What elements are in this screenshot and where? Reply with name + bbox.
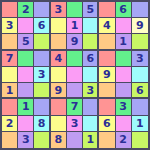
- cell-r8c1[interactable]: 2: [2, 116, 18, 132]
- cell-r7c6[interactable]: [83, 99, 99, 115]
- cell-r5c9[interactable]: [132, 67, 148, 83]
- cell-r8c9[interactable]: 1: [132, 116, 148, 132]
- cell-r5c7[interactable]: 9: [99, 67, 115, 83]
- cell-r1c3[interactable]: [34, 2, 50, 18]
- cell-r4c4[interactable]: 4: [51, 51, 67, 67]
- cell-r5c4[interactable]: [51, 67, 67, 83]
- cell-r2c3[interactable]: 6: [34, 18, 50, 34]
- cell-r4c3[interactable]: [34, 51, 50, 67]
- cell-r3c7[interactable]: [99, 34, 115, 50]
- cell-r5c2[interactable]: [18, 67, 34, 83]
- cell-r8c3[interactable]: 8: [34, 116, 50, 132]
- cell-r8c6[interactable]: [83, 116, 99, 132]
- cell-r9c1[interactable]: [2, 132, 18, 148]
- cell-r3c1[interactable]: [2, 34, 18, 50]
- cell-r2c9[interactable]: 9: [132, 18, 148, 34]
- cell-r1c6[interactable]: 5: [83, 2, 99, 18]
- cell-r6c9[interactable]: 6: [132, 83, 148, 99]
- cell-r2c5[interactable]: 1: [67, 18, 83, 34]
- cell-r3c3[interactable]: [34, 34, 50, 50]
- cell-r8c4[interactable]: [51, 116, 67, 132]
- cell-r5c3[interactable]: 3: [34, 67, 50, 83]
- cell-r4c7[interactable]: [99, 51, 115, 67]
- cell-r9c4[interactable]: 8: [51, 132, 67, 148]
- cell-r6c4[interactable]: 9: [51, 83, 67, 99]
- cell-r6c8[interactable]: [116, 83, 132, 99]
- cell-r5c1[interactable]: [2, 67, 18, 83]
- cell-r1c9[interactable]: [132, 2, 148, 18]
- cell-r4c6[interactable]: 6: [83, 51, 99, 67]
- cell-r8c5[interactable]: 3: [67, 116, 83, 132]
- cell-r4c5[interactable]: [67, 51, 83, 67]
- cell-r9c5[interactable]: [67, 132, 83, 148]
- cell-r9c3[interactable]: [34, 132, 50, 148]
- cell-r6c5[interactable]: [67, 83, 83, 99]
- cell-r2c4[interactable]: [51, 18, 67, 34]
- cell-r5c6[interactable]: [83, 67, 99, 83]
- cell-r7c3[interactable]: [34, 99, 50, 115]
- cell-r3c4[interactable]: [51, 34, 67, 50]
- cell-r9c9[interactable]: [132, 132, 148, 148]
- cell-r4c9[interactable]: 3: [132, 51, 148, 67]
- cell-r1c7[interactable]: [99, 2, 115, 18]
- cell-r4c8[interactable]: [116, 51, 132, 67]
- cell-r6c2[interactable]: [18, 83, 34, 99]
- cell-r2c2[interactable]: [18, 18, 34, 34]
- cell-r3c8[interactable]: 1: [116, 34, 132, 50]
- cell-r3c5[interactable]: 9: [67, 34, 83, 50]
- cell-r4c1[interactable]: 7: [2, 51, 18, 67]
- cell-r2c7[interactable]: 4: [99, 18, 115, 34]
- cell-r7c9[interactable]: [132, 99, 148, 115]
- cell-r4c2[interactable]: [18, 51, 34, 67]
- cell-r7c1[interactable]: [2, 99, 18, 115]
- cell-r5c8[interactable]: [116, 67, 132, 83]
- cell-r8c7[interactable]: 6: [99, 116, 115, 132]
- cell-r8c8[interactable]: [116, 116, 132, 132]
- cell-r1c1[interactable]: [2, 2, 18, 18]
- cell-r1c4[interactable]: 3: [51, 2, 67, 18]
- cell-r7c4[interactable]: [51, 99, 67, 115]
- cell-r1c5[interactable]: [67, 2, 83, 18]
- cell-r1c2[interactable]: 2: [18, 2, 34, 18]
- cell-r9c8[interactable]: 2: [116, 132, 132, 148]
- cell-r6c3[interactable]: [34, 83, 50, 99]
- cell-r2c6[interactable]: [83, 18, 99, 34]
- cell-r6c7[interactable]: [99, 83, 115, 99]
- cell-r7c2[interactable]: 1: [18, 99, 34, 115]
- cell-r6c1[interactable]: 1: [2, 83, 18, 99]
- cell-r8c2[interactable]: [18, 116, 34, 132]
- cell-r6c6[interactable]: 3: [83, 83, 99, 99]
- sudoku-grid: 2356361495917463391936173283613812: [0, 0, 150, 150]
- cell-r3c2[interactable]: 5: [18, 34, 34, 50]
- cell-r2c8[interactable]: [116, 18, 132, 34]
- cell-r1c8[interactable]: 6: [116, 2, 132, 18]
- cell-r9c7[interactable]: [99, 132, 115, 148]
- cell-r9c2[interactable]: 3: [18, 132, 34, 148]
- cell-r7c5[interactable]: 7: [67, 99, 83, 115]
- cell-r5c5[interactable]: [67, 67, 83, 83]
- cell-r2c1[interactable]: 3: [2, 18, 18, 34]
- cell-r3c9[interactable]: [132, 34, 148, 50]
- cell-r3c6[interactable]: [83, 34, 99, 50]
- cell-r7c7[interactable]: [99, 99, 115, 115]
- cell-r9c6[interactable]: 1: [83, 132, 99, 148]
- cell-r7c8[interactable]: 3: [116, 99, 132, 115]
